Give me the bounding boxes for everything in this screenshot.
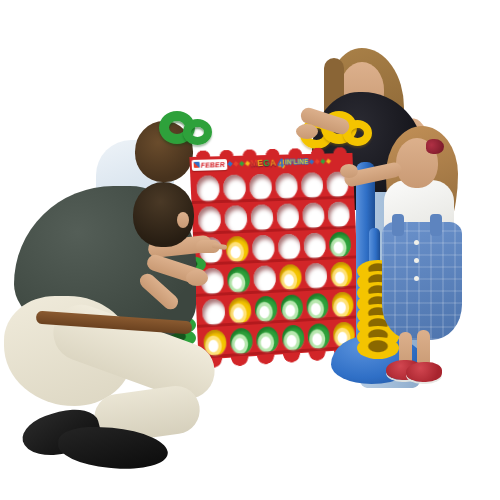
girl-hair-bow [426, 139, 444, 154]
cell-r4c2 [225, 263, 253, 295]
cell-r6c3 [254, 323, 281, 355]
cell-r2c2 [222, 202, 250, 234]
confetti-decoration [227, 161, 232, 167]
green-disc [282, 324, 305, 351]
confetti-right [310, 159, 331, 163]
empty-hole [224, 205, 248, 232]
cell-r6c4 [280, 321, 307, 353]
cell-r4c4 [277, 261, 304, 293]
cell-r5c3 [252, 293, 279, 325]
green-disc [256, 326, 279, 353]
confetti-decoration [326, 159, 331, 164]
yellow-disc [331, 291, 354, 317]
cell-r1c3 [247, 171, 274, 202]
cell-r5c2 [226, 294, 254, 326]
cell-r6c5 [305, 320, 332, 352]
green-disc [329, 231, 352, 257]
green-disc [307, 322, 330, 349]
girl-dress-button [414, 258, 419, 263]
yellow-spare-disc [357, 337, 399, 359]
confetti-decoration [239, 161, 244, 167]
cell-r5c5 [304, 290, 331, 322]
cell-r1c4 [273, 170, 300, 201]
empty-hole [278, 233, 301, 259]
girl-dress-button [414, 276, 419, 281]
yellow-disc [330, 261, 353, 287]
cell-r1c5 [299, 169, 326, 200]
banner-mega-text: MEGA [250, 158, 276, 168]
yellow-disc [228, 296, 251, 323]
empty-hole [327, 201, 350, 227]
girl-dress-strap [392, 214, 404, 236]
banner-letter: A [270, 158, 277, 167]
confetti-decoration [309, 159, 314, 164]
board-grid [194, 168, 357, 358]
cell-r3c3 [250, 232, 277, 264]
cell-r3c2 [223, 233, 251, 265]
feber-logo: FEBER [192, 159, 228, 171]
cell-r2c5 [300, 199, 327, 230]
cell-r3c6 [327, 228, 353, 259]
empty-hole [302, 202, 325, 228]
confetti-decoration [245, 161, 250, 167]
crouching-man-ear [177, 212, 189, 228]
empty-hole [303, 232, 326, 258]
cell-r5c1 [200, 295, 228, 327]
product-photo-scene: FEBER MEGA 4 IN'LINE [0, 0, 500, 500]
green-disc [306, 292, 329, 319]
confetti-left [228, 161, 250, 166]
yellow-disc [225, 235, 249, 262]
girl-pinafore-dress [382, 222, 462, 340]
green-disc [230, 327, 253, 354]
empty-hole [196, 175, 220, 202]
girl-dress-button [414, 240, 419, 245]
crouching-man-lower-hand [186, 270, 208, 286]
empty-hole [305, 262, 328, 288]
empty-hole [249, 173, 272, 199]
cell-r4c6 [328, 258, 354, 289]
empty-hole [202, 298, 226, 325]
banner-inline-text: IN'LINE [285, 159, 309, 166]
cell-r2c3 [248, 201, 275, 233]
green-disc [280, 294, 303, 321]
girl-hand-on-board [340, 164, 358, 178]
yellow-disc [279, 263, 302, 290]
girl-red-shoe [406, 362, 442, 382]
green-disc [227, 266, 250, 293]
cell-r2c6 [325, 198, 351, 229]
empty-hole [253, 265, 276, 292]
banner-four-text: 4 [277, 156, 284, 169]
cell-r3c5 [301, 230, 328, 261]
cell-r2c4 [274, 200, 301, 231]
woman-hand-on-rail [296, 124, 318, 139]
confetti-decoration [320, 159, 325, 164]
empty-hole [198, 206, 222, 233]
cell-r1c1 [194, 172, 222, 204]
empty-hole [276, 203, 299, 229]
cell-r2c1 [195, 203, 223, 235]
feber-logo-icon [194, 162, 200, 168]
cell-r5c6 [329, 288, 355, 319]
green-disc [254, 295, 277, 322]
cell-r4c3 [251, 262, 278, 294]
cell-r4c5 [303, 260, 330, 291]
green-disc-on-rail [183, 119, 212, 145]
empty-hole [252, 234, 275, 261]
empty-hole [275, 172, 298, 198]
empty-hole [250, 204, 273, 230]
confetti-decoration [315, 159, 320, 164]
feber-brand-text: FEBER [200, 161, 225, 169]
empty-hole [223, 174, 247, 200]
empty-hole [301, 172, 324, 198]
cell-r3c4 [276, 231, 303, 263]
cell-r6c2 [228, 325, 256, 357]
connect-four-board: FEBER MEGA 4 IN'LINE [189, 144, 361, 370]
cell-r5c4 [278, 291, 305, 323]
girl-dress-strap [430, 214, 442, 236]
confetti-decoration [233, 161, 238, 167]
cell-r1c2 [221, 171, 249, 203]
